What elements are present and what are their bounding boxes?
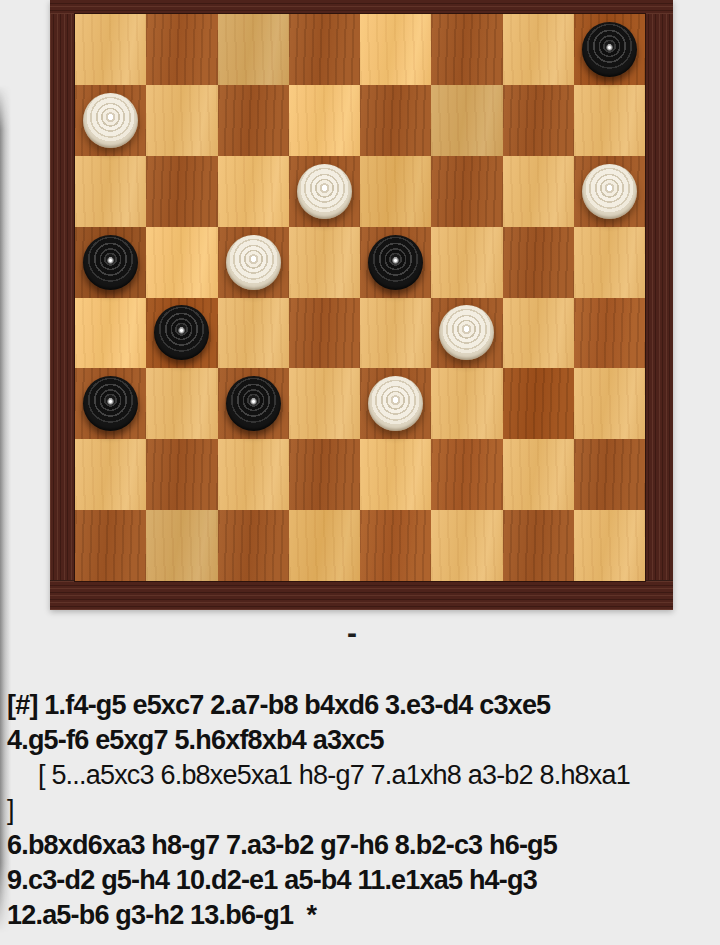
square-c6[interactable] (218, 156, 289, 227)
square-c1[interactable] (218, 510, 289, 581)
square-g6[interactable] (503, 156, 574, 227)
square-h2[interactable] (574, 439, 645, 510)
square-g8[interactable] (503, 14, 574, 85)
square-f5[interactable] (431, 227, 502, 298)
square-d4[interactable] (289, 298, 360, 369)
square-d2[interactable] (289, 439, 360, 510)
square-c7[interactable] (218, 85, 289, 156)
square-f6[interactable] (431, 156, 502, 227)
square-g1[interactable] (503, 510, 574, 581)
square-d8[interactable] (289, 14, 360, 85)
square-d5[interactable] (289, 227, 360, 298)
square-e2[interactable] (360, 439, 431, 510)
board-grid (75, 14, 645, 581)
move-line-3: [ 5...a5xc3 6.b8xe5xa1 h8-g7 7.a1xh8 a3-… (7, 758, 714, 793)
square-h5[interactable] (574, 227, 645, 298)
square-b5[interactable] (146, 227, 217, 298)
square-d1[interactable] (289, 510, 360, 581)
board-frame-top (50, 0, 673, 14)
black-man-a5[interactable] (83, 235, 138, 290)
square-h3[interactable] (574, 368, 645, 439)
move-line-4: ] (7, 793, 714, 828)
square-b2[interactable] (146, 439, 217, 510)
square-a6[interactable] (75, 156, 146, 227)
board-frame-bottom (50, 580, 673, 610)
square-e7[interactable] (360, 85, 431, 156)
square-c2[interactable] (218, 439, 289, 510)
square-g2[interactable] (503, 439, 574, 510)
move-line-1: [#] 1.f4-g5 e5xc7 2.a7-b8 b4xd6 3.e3-d4 … (7, 688, 714, 723)
square-b7[interactable] (146, 85, 217, 156)
white-man-c5[interactable] (226, 235, 281, 290)
white-man-h6[interactable] (582, 164, 637, 219)
square-f2[interactable] (431, 439, 502, 510)
square-a4[interactable] (75, 298, 146, 369)
square-g5[interactable] (503, 227, 574, 298)
square-a8[interactable] (75, 14, 146, 85)
move-line-6: 9.c3-d2 g5-h4 10.d2-e1 a5-b4 11.e1xa5 h4… (7, 863, 714, 898)
square-f1[interactable] (431, 510, 502, 581)
square-b6[interactable] (146, 156, 217, 227)
square-e1[interactable] (360, 510, 431, 581)
square-b3[interactable] (146, 368, 217, 439)
square-b8[interactable] (146, 14, 217, 85)
square-a1[interactable] (75, 510, 146, 581)
square-e4[interactable] (360, 298, 431, 369)
square-h1[interactable] (574, 510, 645, 581)
square-f3[interactable] (431, 368, 502, 439)
square-e8[interactable] (360, 14, 431, 85)
square-f7[interactable] (431, 85, 502, 156)
square-g4[interactable] (503, 298, 574, 369)
move-line-5: 6.b8xd6xa3 h8-g7 7.a3-b2 g7-h6 8.b2-c3 h… (7, 828, 714, 863)
black-man-h8[interactable] (582, 22, 637, 77)
square-a2[interactable] (75, 439, 146, 510)
white-man-a7[interactable] (83, 93, 138, 148)
move-line-7: 12.a5-b6 g3-h2 13.b6-g1 * (7, 898, 714, 933)
square-f8[interactable] (431, 14, 502, 85)
square-c4[interactable] (218, 298, 289, 369)
square-h7[interactable] (574, 85, 645, 156)
square-g3[interactable] (503, 368, 574, 439)
square-h4[interactable] (574, 298, 645, 369)
white-man-d6[interactable] (297, 164, 352, 219)
square-d7[interactable] (289, 85, 360, 156)
black-man-c3[interactable] (226, 376, 281, 431)
move-notation: [#] 1.f4-g5 e5xc7 2.a7-b8 b4xd6 3.e3-d4 … (7, 688, 714, 933)
square-d3[interactable] (289, 368, 360, 439)
square-e6[interactable] (360, 156, 431, 227)
result-separator: - (347, 618, 357, 648)
black-man-e5[interactable] (368, 235, 423, 290)
move-line-2: 4.g5-f6 e5xg7 5.h6xf8xb4 a3xc5 (7, 723, 714, 758)
square-b1[interactable] (146, 510, 217, 581)
checkers-board (50, 0, 673, 610)
square-c8[interactable] (218, 14, 289, 85)
square-g7[interactable] (503, 85, 574, 156)
